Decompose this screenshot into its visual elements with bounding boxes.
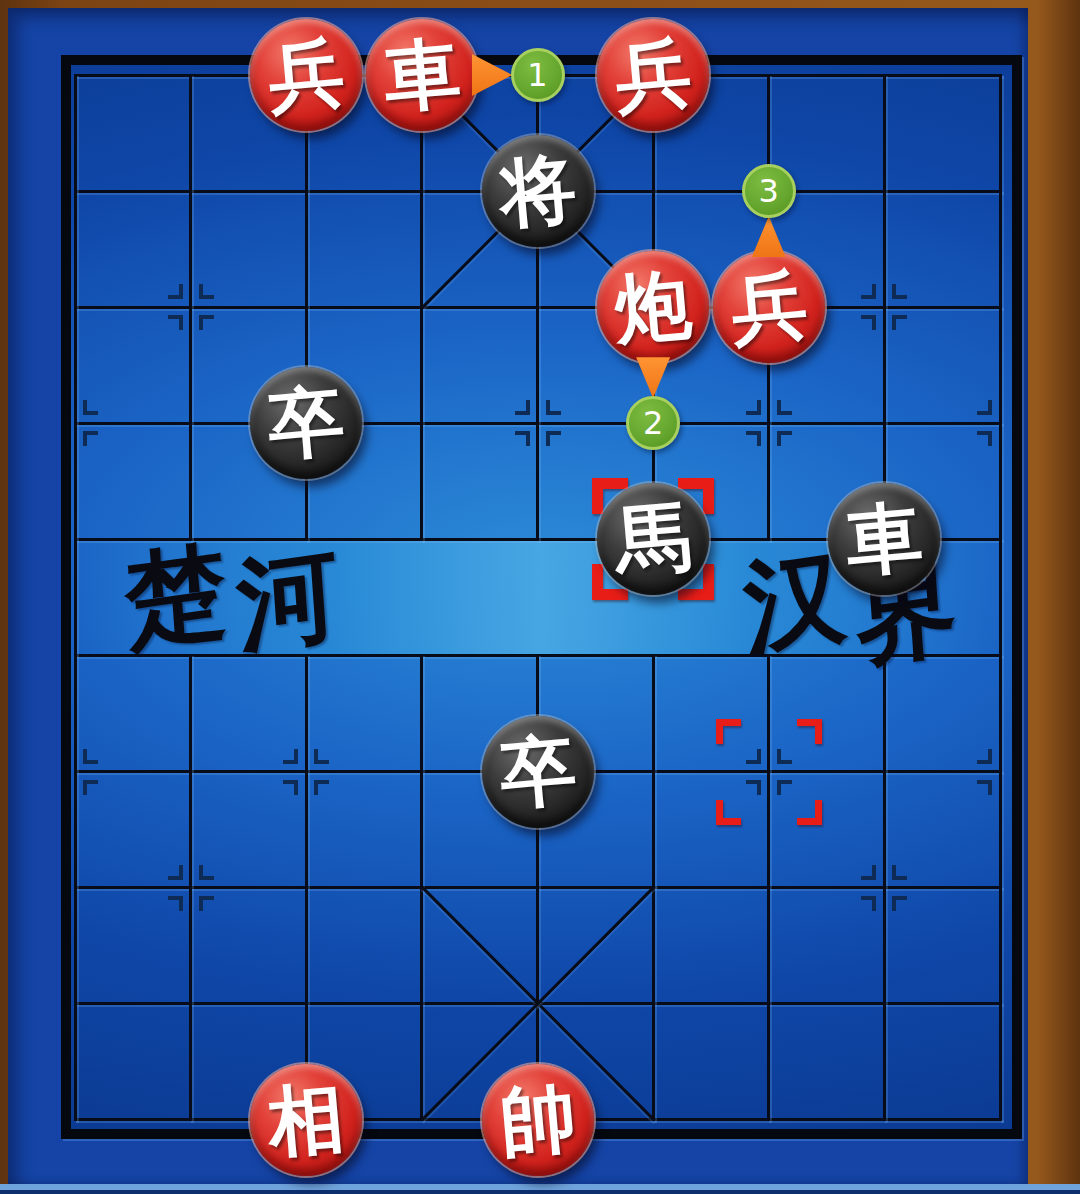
star-point — [515, 400, 561, 446]
star-point-corner — [977, 431, 992, 446]
target-bracket-corner — [797, 800, 822, 825]
star-point-corner — [861, 865, 876, 880]
star-point-corner — [977, 780, 992, 795]
star-point-corner — [314, 749, 329, 764]
star-point-corner — [892, 865, 907, 880]
red-elephant-piece[interactable]: 相 — [250, 1064, 362, 1176]
star-point-corner — [83, 749, 98, 764]
black-soldier-piece[interactable]: 卒 — [250, 367, 362, 479]
star-point-corner — [861, 284, 876, 299]
black-general-glyph: 将 — [496, 150, 578, 232]
star-point-corner — [199, 896, 214, 911]
bottom-edge-shadow — [0, 1190, 1080, 1194]
star-point-corner — [546, 400, 561, 415]
black-chariot-glyph: 車 — [843, 498, 925, 580]
star-point-corner — [83, 780, 98, 795]
star-point-corner — [314, 780, 329, 795]
star-point — [977, 749, 1023, 795]
river-label: 楚 — [112, 524, 240, 671]
star-point-corner — [892, 284, 907, 299]
target-bracket — [716, 719, 822, 825]
star-point — [52, 400, 98, 446]
red-soldier-piece[interactable]: 兵 — [250, 19, 362, 131]
move-marker-1[interactable]: 1 — [511, 48, 565, 102]
red-chariot-glyph: 車 — [381, 34, 463, 116]
red-cannon-piece[interactable]: 炮 — [597, 251, 709, 363]
star-point — [52, 749, 98, 795]
star-point-corner — [168, 284, 183, 299]
target-bracket-corner — [716, 719, 741, 744]
star-point-corner — [283, 749, 298, 764]
red-soldier-piece[interactable]: 兵 — [713, 251, 825, 363]
star-point-corner — [515, 431, 530, 446]
star-point-corner — [546, 431, 561, 446]
star-point-corner — [283, 780, 298, 795]
star-point — [977, 400, 1023, 446]
star-point-corner — [777, 431, 792, 446]
star-point — [168, 865, 214, 911]
star-point-corner — [168, 315, 183, 330]
red-soldier-glyph: 兵 — [612, 34, 694, 116]
target-bracket-corner — [716, 800, 741, 825]
star-point-corner — [746, 400, 761, 415]
black-general-piece[interactable]: 将 — [482, 135, 594, 247]
star-point-corner — [515, 400, 530, 415]
river-label: 河 — [224, 528, 352, 675]
grid-vline — [74, 74, 77, 1122]
star-point-corner — [168, 896, 183, 911]
move-marker-3[interactable]: 3 — [742, 164, 796, 218]
red-general-glyph: 帥 — [496, 1079, 578, 1161]
black-horse-piece[interactable]: 馬 — [597, 483, 709, 595]
star-point — [861, 865, 907, 911]
star-point-corner — [199, 284, 214, 299]
star-point-corner — [977, 400, 992, 415]
target-bracket-corner — [797, 719, 822, 744]
black-soldier-glyph: 卒 — [265, 382, 347, 464]
grid-vline — [999, 74, 1002, 1122]
star-point — [746, 400, 792, 446]
black-horse-glyph: 馬 — [612, 498, 694, 580]
star-point-corner — [83, 431, 98, 446]
red-chariot-piece[interactable]: 車 — [366, 19, 478, 131]
star-point-corner — [892, 896, 907, 911]
black-chariot-piece[interactable]: 車 — [828, 483, 940, 595]
star-point-corner — [168, 865, 183, 880]
black-soldier-piece[interactable]: 卒 — [482, 716, 594, 828]
red-general-piece[interactable]: 帥 — [482, 1064, 594, 1176]
star-point — [168, 284, 214, 330]
star-point-corner — [892, 315, 907, 330]
star-point-corner — [746, 431, 761, 446]
star-point — [283, 749, 329, 795]
red-soldier-glyph: 兵 — [265, 34, 347, 116]
grid-vline — [305, 654, 308, 1121]
star-point-corner — [199, 865, 214, 880]
black-soldier-glyph: 卒 — [496, 730, 578, 812]
star-point-corner — [861, 315, 876, 330]
red-elephant-glyph: 相 — [265, 1079, 347, 1161]
xiangqi-board-screen: 楚河汉界 兵車兵将炮兵卒馬車卒相帥 123 — [0, 0, 1080, 1194]
star-point — [861, 284, 907, 330]
star-point-corner — [777, 400, 792, 415]
red-cannon-glyph: 炮 — [612, 266, 694, 348]
red-soldier-glyph: 兵 — [728, 266, 810, 348]
red-soldier-piece[interactable]: 兵 — [597, 19, 709, 131]
star-point-corner — [83, 400, 98, 415]
star-point-corner — [861, 896, 876, 911]
star-point-corner — [977, 749, 992, 764]
star-point-corner — [199, 315, 214, 330]
